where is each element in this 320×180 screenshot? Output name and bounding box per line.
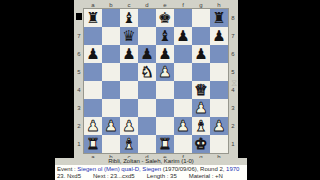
black-bishop: ♝ xyxy=(120,9,138,27)
square-d5[interactable]: ♞ xyxy=(138,63,156,81)
players-result-line: Ribli, Zoltan - Saleh, Karim (1-0) xyxy=(55,158,247,165)
square-a2[interactable]: ♟ xyxy=(84,117,102,135)
white-pawn: ♟ xyxy=(210,117,228,135)
white-rook: ♜ xyxy=(84,135,102,153)
rank-label-2: 2 xyxy=(74,117,84,135)
square-d7[interactable] xyxy=(138,27,156,45)
square-h3[interactable] xyxy=(210,99,228,117)
square-c8[interactable]: ♝ xyxy=(120,9,138,27)
white-pawn: ♟ xyxy=(192,99,210,117)
event-year[interactable]: 1970 xyxy=(226,166,239,172)
square-a1[interactable]: ♜ xyxy=(84,135,102,153)
square-g8[interactable] xyxy=(192,9,210,27)
square-g7[interactable] xyxy=(192,27,210,45)
square-h5[interactable] xyxy=(210,63,228,81)
square-a3[interactable] xyxy=(84,99,102,117)
black-pawn: ♟ xyxy=(174,27,192,45)
square-h2[interactable]: ♟ xyxy=(210,117,228,135)
square-f6[interactable] xyxy=(174,45,192,63)
square-f7[interactable]: ♟ xyxy=(174,27,192,45)
square-b4[interactable] xyxy=(102,81,120,99)
rank-label-3: 3 xyxy=(74,99,84,117)
rank-label-8: 8 xyxy=(228,9,238,27)
black-rook: ♜ xyxy=(210,9,228,27)
square-d6[interactable]: ♟ xyxy=(138,45,156,63)
square-h4[interactable] xyxy=(210,81,228,99)
square-e2[interactable] xyxy=(156,117,174,135)
black-bishop: ♝ xyxy=(156,27,174,45)
square-b5[interactable] xyxy=(102,63,120,81)
black-queen: ♛ xyxy=(120,27,138,45)
square-c2[interactable]: ♟ xyxy=(120,117,138,135)
square-c5[interactable] xyxy=(120,63,138,81)
square-e3[interactable] xyxy=(156,99,174,117)
white-pawn: ♟ xyxy=(156,63,174,81)
rank-label-3: 3 xyxy=(228,99,238,117)
square-d8[interactable] xyxy=(138,9,156,27)
black-pawn: ♟ xyxy=(120,45,138,63)
length-label: Length : xyxy=(147,173,170,179)
rank-labels-left: 87654321 xyxy=(74,9,84,153)
square-d2[interactable] xyxy=(138,117,156,135)
rank-label-4: 4 xyxy=(74,81,84,99)
square-e4[interactable] xyxy=(156,81,174,99)
square-e7[interactable]: ♝ xyxy=(156,27,174,45)
square-e8[interactable]: ♚ xyxy=(156,9,174,27)
square-a8[interactable]: ♜ xyxy=(84,9,102,27)
file-label-d: d xyxy=(138,1,156,9)
white-knight: ♞ xyxy=(138,63,156,81)
black-to-move-indicator xyxy=(76,13,82,20)
square-h6[interactable] xyxy=(210,45,228,63)
rank-label-7: 7 xyxy=(74,27,84,45)
square-e1[interactable]: ♜ xyxy=(156,135,174,153)
event-label: Event : xyxy=(57,166,77,172)
file-label-g: g xyxy=(192,1,210,9)
file-label-f: f xyxy=(174,1,192,9)
black-rook: ♜ xyxy=(84,9,102,27)
board-squares: ♜♝♚♜♛♝♟♟♟♟♟♟♟♞♟♛♟♟♟♟♟♝♟♜♝♜♚ xyxy=(84,9,228,153)
white-king: ♚ xyxy=(192,135,210,153)
square-g4[interactable]: ♛ xyxy=(192,81,210,99)
black-pawn: ♟ xyxy=(138,45,156,63)
white-queen: ♛ xyxy=(192,81,210,99)
rank-label-5: 5 xyxy=(74,63,84,81)
square-f2[interactable]: ♟ xyxy=(174,117,192,135)
rank-label-6: 6 xyxy=(74,45,84,63)
black-pawn: ♟ xyxy=(84,45,102,63)
white-pawn: ♟ xyxy=(84,117,102,135)
file-label-a: a xyxy=(84,1,102,9)
square-g5[interactable] xyxy=(192,63,210,81)
square-c7[interactable]: ♛ xyxy=(120,27,138,45)
square-b6[interactable] xyxy=(102,45,120,63)
white-bishop: ♝ xyxy=(120,135,138,153)
black-pawn: ♟ xyxy=(192,45,210,63)
material-value: +N xyxy=(215,173,223,179)
square-a5[interactable] xyxy=(84,63,102,81)
square-d4[interactable] xyxy=(138,81,156,99)
white-pawn: ♟ xyxy=(174,117,192,135)
file-label-h: h xyxy=(210,1,228,9)
square-f1[interactable] xyxy=(174,135,192,153)
length-value: 35 xyxy=(170,173,177,179)
square-e5[interactable]: ♟ xyxy=(156,63,174,81)
event-detail: (1970/09/06), Round 2, xyxy=(161,166,226,172)
square-b2[interactable]: ♟ xyxy=(102,117,120,135)
rank-label-6: 6 xyxy=(228,45,238,63)
square-c1[interactable]: ♝ xyxy=(120,135,138,153)
material-label: Material : xyxy=(189,173,215,179)
square-b1[interactable] xyxy=(102,135,120,153)
move-played: 23. Nxd5 xyxy=(57,173,81,179)
rank-label-1: 1 xyxy=(228,135,238,153)
square-b7[interactable] xyxy=(102,27,120,45)
square-h8[interactable]: ♜ xyxy=(210,9,228,27)
square-g6[interactable]: ♟ xyxy=(192,45,210,63)
square-a6[interactable]: ♟ xyxy=(84,45,102,63)
next-value: 23...cxd5 xyxy=(110,173,134,179)
move-status-line: 23. Nxd5Next : 23...cxd5Length : 35Mater… xyxy=(57,173,245,180)
square-h1[interactable] xyxy=(210,135,228,153)
square-d3[interactable] xyxy=(138,99,156,117)
square-e6[interactable]: ♟ xyxy=(156,45,174,63)
white-pawn: ♟ xyxy=(102,117,120,135)
rank-label-7: 7 xyxy=(228,27,238,45)
square-c4[interactable] xyxy=(120,81,138,99)
square-a4[interactable] xyxy=(84,81,102,99)
file-label-b: b xyxy=(102,1,120,9)
white-rook: ♜ xyxy=(156,135,174,153)
square-a7[interactable] xyxy=(84,27,102,45)
square-f3[interactable] xyxy=(174,99,192,117)
white-pawn: ♟ xyxy=(120,117,138,135)
chess-board-frame: abcdefgh 87654321 87654321 abcdefgh ♜♝♚♜… xyxy=(74,0,238,163)
square-g1[interactable]: ♚ xyxy=(192,135,210,153)
black-pawn: ♟ xyxy=(156,45,174,63)
file-label-c: c xyxy=(120,1,138,9)
square-g3[interactable]: ♟ xyxy=(192,99,210,117)
square-d1[interactable] xyxy=(138,135,156,153)
rank-label-1: 1 xyxy=(74,135,84,153)
square-f8[interactable] xyxy=(174,9,192,27)
square-b3[interactable] xyxy=(102,99,120,117)
square-h7[interactable]: ♟ xyxy=(210,27,228,45)
file-label-e: e xyxy=(156,1,174,9)
black-king: ♚ xyxy=(156,9,174,27)
game-info-panel: Ribli, Zoltan - Saleh, Karim (1-0) Event… xyxy=(55,158,247,180)
square-f4[interactable] xyxy=(174,81,192,99)
square-c6[interactable]: ♟ xyxy=(120,45,138,63)
black-pawn: ♟ xyxy=(210,27,228,45)
rank-label-2: 2 xyxy=(228,117,238,135)
square-c3[interactable] xyxy=(120,99,138,117)
square-f5[interactable] xyxy=(174,63,192,81)
square-b8[interactable] xyxy=(102,9,120,27)
hourglass-cursor-icon: ⧖ xyxy=(231,78,237,88)
game-details: Event : Siegen ol (Men) qual-D, Siegen (… xyxy=(55,165,247,180)
video-frame: abcdefgh 87654321 87654321 abcdefgh ♜♝♚♜… xyxy=(0,0,320,180)
event-line: Event : Siegen ol (Men) qual-D, Siegen (… xyxy=(57,166,245,173)
event-name[interactable]: Siegen ol (Men) qual-D, Siegen xyxy=(77,166,161,172)
file-labels-top: abcdefgh xyxy=(84,1,228,9)
white-bishop: ♝ xyxy=(192,117,210,135)
square-g2[interactable]: ♝ xyxy=(192,117,210,135)
next-label: Next : xyxy=(93,173,110,179)
